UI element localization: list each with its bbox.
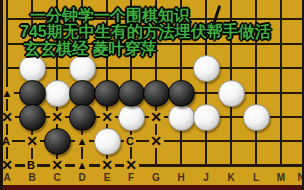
grid-line-row-5 — [6, 67, 304, 69]
black-stone-D4 — [69, 80, 96, 107]
letter-mark-B-B1: B — [25, 159, 37, 171]
black-stone-B4 — [19, 80, 46, 107]
frame-left-edge — [0, 0, 3, 190]
x-mark-B2: ✕ — [25, 135, 40, 148]
white-stone-H3 — [168, 104, 195, 131]
col-label-D: D — [78, 172, 85, 183]
x-mark-F1: ✕ — [124, 159, 139, 172]
x-mark-C3: ✕ — [50, 111, 65, 124]
video-frame: ✕✕✕✕✕✕✕✕✕✕▲▲▲ABC ABCDEFGHJKLMN 一分钟学一个围棋知… — [0, 0, 304, 190]
col-label-K: K — [227, 172, 234, 183]
black-stone-C2 — [44, 128, 71, 155]
triangle-mark-D2: ▲ — [75, 135, 89, 147]
x-mark-E1: ✕ — [100, 159, 115, 172]
triangle-mark-D1: ▲ — [75, 159, 89, 171]
black-stone-G4 — [143, 80, 170, 107]
black-stone-B3 — [19, 104, 46, 131]
white-stone-J5 — [193, 55, 220, 82]
white-stone-L3 — [243, 104, 270, 131]
col-label-E: E — [104, 172, 111, 183]
black-stone-D3 — [69, 104, 96, 131]
col-label-M: M — [277, 172, 285, 183]
col-label-L: L — [253, 172, 259, 183]
x-mark-C1: ✕ — [50, 159, 65, 172]
x-mark-G3: ✕ — [149, 111, 164, 124]
col-label-J: J — [203, 172, 209, 183]
col-label-C: C — [53, 172, 60, 183]
col-label-B: B — [28, 172, 35, 183]
letter-mark-C-F2: C — [124, 135, 136, 147]
white-stone-J3 — [193, 104, 220, 131]
white-stone-C4 — [44, 80, 71, 107]
letterbox-band — [0, 185, 304, 190]
subtitle-line-3: 玄玄棋经 菱叶穿萍 — [24, 39, 156, 60]
white-stone-K4 — [218, 80, 245, 107]
frame-right-edge — [302, 0, 304, 190]
col-label-A: A — [3, 172, 10, 183]
col-label-G: G — [152, 172, 160, 183]
col-label-H: H — [177, 172, 184, 183]
white-stone-F3 — [118, 104, 145, 131]
black-stone-H4 — [168, 80, 195, 107]
black-stone-F4 — [118, 80, 145, 107]
white-stone-E2 — [94, 128, 121, 155]
col-label-F: F — [128, 172, 134, 183]
x-mark-E3: ✕ — [100, 111, 115, 124]
x-mark-G2: ✕ — [149, 135, 164, 148]
black-stone-E4 — [94, 80, 121, 107]
